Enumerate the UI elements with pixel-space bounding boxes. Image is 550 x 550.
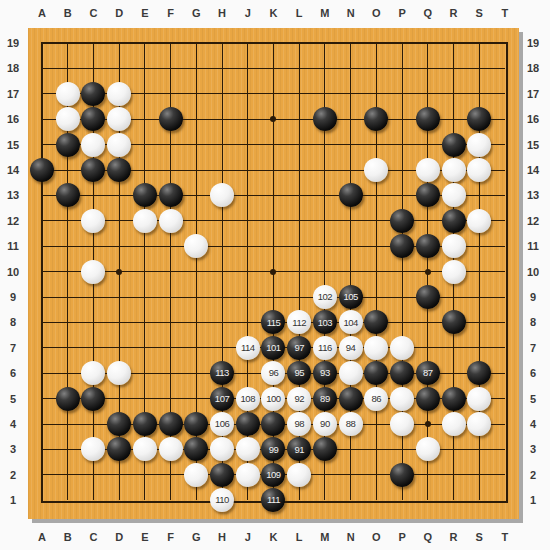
row-label-right-10: 10 [527, 266, 539, 277]
move-number-109: 109 [261, 463, 285, 487]
white-stone-D17 [107, 82, 131, 106]
row-label-right-16: 16 [527, 114, 539, 125]
white-stone-N7: 94 [339, 336, 363, 360]
white-stone-R14 [442, 158, 466, 182]
black-stone-Q9 [416, 285, 440, 309]
row-label-left-19: 19 [7, 38, 19, 49]
black-stone-J4 [236, 412, 260, 436]
row-label-left-16: 16 [7, 114, 19, 125]
black-stone-L3: 91 [287, 437, 311, 461]
column-label-bottom-H: H [218, 532, 226, 543]
row-label-left-13: 13 [7, 190, 19, 201]
column-label-top-Q: Q [424, 8, 433, 19]
black-stone-R5 [442, 387, 466, 411]
black-stone-K1: 111 [261, 488, 285, 512]
white-stone-L5: 92 [287, 387, 311, 411]
move-number-115: 115 [261, 310, 285, 334]
column-label-bottom-D: D [115, 532, 123, 543]
column-label-top-C: C [89, 8, 97, 19]
black-stone-Q16 [416, 107, 440, 131]
row-label-right-8: 8 [530, 317, 536, 328]
black-stone-Q6: 87 [416, 361, 440, 385]
white-stone-J5: 108 [236, 387, 260, 411]
row-label-right-14: 14 [527, 165, 539, 176]
column-label-top-K: K [269, 8, 277, 19]
move-number-114: 114 [236, 336, 260, 360]
black-stone-L7: 97 [287, 336, 311, 360]
move-number-102: 102 [313, 285, 337, 309]
row-label-left-9: 9 [10, 292, 16, 303]
black-stone-H2 [210, 463, 234, 487]
column-label-bottom-S: S [476, 532, 483, 543]
move-number-92: 92 [287, 387, 311, 411]
row-label-left-6: 6 [10, 368, 16, 379]
black-stone-K8: 115 [261, 310, 285, 334]
row-label-left-10: 10 [7, 266, 19, 277]
row-label-left-2: 2 [10, 469, 16, 480]
column-label-bottom-B: B [64, 532, 72, 543]
white-stone-F3 [159, 437, 183, 461]
go-board[interactable]: 1021051151121031041141019711694113969593… [28, 28, 519, 519]
white-stone-O5: 86 [364, 387, 388, 411]
column-label-top-M: M [320, 8, 329, 19]
white-stone-R4 [442, 412, 466, 436]
row-label-left-15: 15 [7, 139, 19, 150]
column-label-top-P: P [398, 8, 405, 19]
row-label-right-15: 15 [527, 139, 539, 150]
row-label-right-7: 7 [530, 342, 536, 353]
black-stone-H6: 113 [210, 361, 234, 385]
move-number-86: 86 [364, 387, 388, 411]
column-label-bottom-L: L [296, 532, 303, 543]
column-label-top-R: R [450, 8, 458, 19]
column-label-top-L: L [296, 8, 303, 19]
black-stone-N5 [339, 387, 363, 411]
row-label-left-8: 8 [10, 317, 16, 328]
column-label-top-B: B [64, 8, 72, 19]
row-label-left-7: 7 [10, 342, 16, 353]
row-label-right-12: 12 [527, 215, 539, 226]
move-number-98: 98 [287, 412, 311, 436]
black-stone-P2 [390, 463, 414, 487]
row-label-right-13: 13 [527, 190, 539, 201]
move-number-101: 101 [261, 336, 285, 360]
white-stone-J2 [236, 463, 260, 487]
move-number-103: 103 [313, 310, 337, 334]
move-number-96: 96 [261, 361, 285, 385]
move-number-97: 97 [287, 336, 311, 360]
star-point-Q4 [425, 421, 431, 427]
black-stone-K3: 99 [261, 437, 285, 461]
column-label-top-J: J [245, 8, 251, 19]
column-label-bottom-C: C [89, 532, 97, 543]
column-label-top-A: A [38, 8, 46, 19]
row-label-left-1: 1 [10, 495, 16, 506]
go-game-viewer: 1021051151121031041141019711694113969593… [0, 0, 550, 550]
row-label-left-18: 18 [7, 63, 19, 74]
move-number-94: 94 [339, 336, 363, 360]
row-label-left-4: 4 [10, 419, 16, 430]
move-number-90: 90 [313, 412, 337, 436]
white-stone-M4: 90 [313, 412, 337, 436]
white-stone-K5: 100 [261, 387, 285, 411]
column-label-bottom-P: P [398, 532, 405, 543]
column-label-bottom-T: T [502, 532, 509, 543]
white-stone-S15 [467, 133, 491, 157]
move-number-108: 108 [236, 387, 260, 411]
column-label-top-H: H [218, 8, 226, 19]
row-label-right-2: 2 [530, 469, 536, 480]
black-stone-A14 [30, 158, 54, 182]
white-stone-E12 [133, 209, 157, 233]
row-label-right-5: 5 [530, 393, 536, 404]
row-label-right-19: 19 [527, 38, 539, 49]
black-stone-N13 [339, 183, 363, 207]
white-stone-J7: 114 [236, 336, 260, 360]
column-label-bottom-F: F [167, 532, 174, 543]
column-label-bottom-N: N [347, 532, 355, 543]
white-stone-L4: 98 [287, 412, 311, 436]
black-stone-F13 [159, 183, 183, 207]
move-number-106: 106 [210, 412, 234, 436]
row-label-right-3: 3 [530, 444, 536, 455]
column-label-top-F: F [167, 8, 174, 19]
column-label-bottom-Q: Q [424, 532, 433, 543]
black-stone-K7: 101 [261, 336, 285, 360]
black-stone-R12 [442, 209, 466, 233]
move-number-89: 89 [313, 387, 337, 411]
black-stone-F16 [159, 107, 183, 131]
white-stone-M7: 116 [313, 336, 337, 360]
move-number-100: 100 [261, 387, 285, 411]
white-stone-P4 [390, 412, 414, 436]
column-label-bottom-O: O [372, 532, 381, 543]
white-stone-Q14 [416, 158, 440, 182]
white-stone-F12 [159, 209, 183, 233]
column-label-bottom-R: R [450, 532, 458, 543]
white-stone-P7 [390, 336, 414, 360]
white-stone-N8: 104 [339, 310, 363, 334]
white-stone-O7 [364, 336, 388, 360]
black-stone-M5: 89 [313, 387, 337, 411]
black-stone-K2: 109 [261, 463, 285, 487]
move-number-112: 112 [287, 310, 311, 334]
column-label-top-T: T [502, 8, 509, 19]
white-stone-L2 [287, 463, 311, 487]
row-label-right-11: 11 [527, 241, 539, 252]
white-stone-L8: 112 [287, 310, 311, 334]
white-stone-B17 [56, 82, 80, 106]
white-stone-C15 [81, 133, 105, 157]
white-stone-D15 [107, 133, 131, 157]
row-label-left-17: 17 [7, 88, 19, 99]
column-label-top-O: O [372, 8, 381, 19]
white-stone-B16 [56, 107, 80, 131]
move-number-116: 116 [313, 336, 337, 360]
row-label-left-3: 3 [10, 444, 16, 455]
black-stone-Q5 [416, 387, 440, 411]
row-label-left-5: 5 [10, 393, 16, 404]
white-stone-H1: 110 [210, 488, 234, 512]
black-stone-N9: 105 [339, 285, 363, 309]
column-label-top-G: G [192, 8, 201, 19]
black-stone-H5: 107 [210, 387, 234, 411]
white-stone-K6: 96 [261, 361, 285, 385]
row-label-left-12: 12 [7, 215, 19, 226]
move-number-95: 95 [287, 361, 311, 385]
move-number-107: 107 [210, 387, 234, 411]
column-label-bottom-A: A [38, 532, 46, 543]
column-label-bottom-K: K [269, 532, 277, 543]
white-stone-S5 [467, 387, 491, 411]
white-stone-S12 [467, 209, 491, 233]
black-stone-D4 [107, 412, 131, 436]
row-label-right-4: 4 [530, 419, 536, 430]
move-number-91: 91 [287, 437, 311, 461]
row-label-right-17: 17 [527, 88, 539, 99]
white-stone-N6 [339, 361, 363, 385]
white-stone-R13 [442, 183, 466, 207]
column-label-top-S: S [476, 8, 483, 19]
white-stone-N4: 88 [339, 412, 363, 436]
row-label-right-1: 1 [530, 495, 536, 506]
white-stone-J3 [236, 437, 260, 461]
black-stone-R8 [442, 310, 466, 334]
column-label-top-E: E [141, 8, 148, 19]
white-stone-R10 [442, 260, 466, 284]
black-stone-E4 [133, 412, 157, 436]
move-number-87: 87 [416, 361, 440, 385]
move-number-88: 88 [339, 412, 363, 436]
white-stone-R11 [442, 234, 466, 258]
star-point-Q10 [425, 269, 431, 275]
black-stone-B13 [56, 183, 80, 207]
white-stone-G2 [184, 463, 208, 487]
row-label-right-9: 9 [530, 292, 536, 303]
row-label-left-14: 14 [7, 165, 19, 176]
column-label-bottom-G: G [192, 532, 201, 543]
row-label-left-11: 11 [7, 241, 19, 252]
move-number-99: 99 [261, 437, 285, 461]
black-stone-C5 [81, 387, 105, 411]
move-number-111: 111 [261, 488, 285, 512]
white-stone-C10 [81, 260, 105, 284]
column-label-top-N: N [347, 8, 355, 19]
row-label-right-18: 18 [527, 63, 539, 74]
black-stone-R15 [442, 133, 466, 157]
column-label-top-D: D [115, 8, 123, 19]
black-stone-M6: 93 [313, 361, 337, 385]
move-number-104: 104 [339, 310, 363, 334]
black-stone-B5 [56, 387, 80, 411]
white-stone-H4: 106 [210, 412, 234, 436]
black-stone-M16 [313, 107, 337, 131]
column-label-bottom-E: E [141, 532, 148, 543]
column-label-bottom-J: J [245, 532, 251, 543]
move-number-105: 105 [339, 285, 363, 309]
white-stone-M9: 102 [313, 285, 337, 309]
column-label-bottom-M: M [320, 532, 329, 543]
black-stone-L6: 95 [287, 361, 311, 385]
black-stone-D14 [107, 158, 131, 182]
move-number-93: 93 [313, 361, 337, 385]
black-stone-F4 [159, 412, 183, 436]
black-stone-P12 [390, 209, 414, 233]
white-stone-P5 [390, 387, 414, 411]
move-number-110: 110 [210, 488, 234, 512]
move-number-113: 113 [210, 361, 234, 385]
star-point-D10 [116, 269, 122, 275]
row-label-right-6: 6 [530, 368, 536, 379]
black-stone-Q11 [416, 234, 440, 258]
black-stone-M8: 103 [313, 310, 337, 334]
black-stone-B15 [56, 133, 80, 157]
